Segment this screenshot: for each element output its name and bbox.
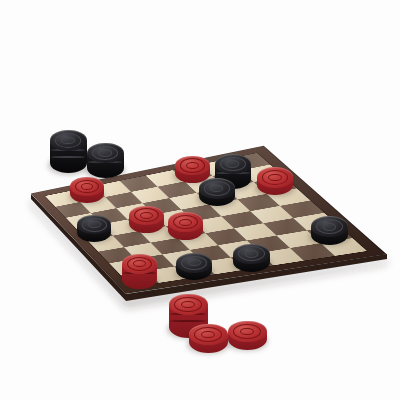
checker-top-face: [175, 156, 210, 176]
engraved-ring: [88, 221, 100, 228]
checker-top-face: [176, 253, 212, 273]
checker-red-offboard-3[interactable]: [189, 324, 228, 353]
checker-red-c1r0[interactable]: [70, 177, 104, 203]
engraved-ring: [81, 183, 93, 190]
engraved-ring: [323, 223, 337, 231]
engraved-ring: [245, 250, 258, 257]
checker-top-face: [257, 167, 294, 188]
checker-top-face: [50, 130, 87, 151]
pieces-layer: [0, 0, 400, 400]
checker-top-face: [87, 143, 124, 164]
engraved-ring: [268, 174, 281, 181]
checker-red-c2r3[interactable]: [129, 206, 164, 233]
checker-top-face: [189, 324, 228, 346]
checker-black-c2r7[interactable]: [176, 253, 212, 281]
engraved-ring: [140, 212, 153, 219]
checker-top-face: [122, 254, 157, 274]
checker-black-c7r6[interactable]: [311, 216, 349, 245]
checker-top-face: [233, 244, 270, 265]
checker-top-face: [169, 294, 208, 316]
checker-top-face: [129, 206, 164, 226]
scene: [0, 0, 400, 400]
checker-red-c7r2[interactable]: [257, 167, 294, 195]
checker-red-offboard-4[interactable]: [228, 321, 267, 350]
checker-top-face: [215, 154, 251, 174]
engraved-ring: [186, 162, 199, 169]
engraved-ring: [226, 160, 239, 167]
checker-black-c5r2[interactable]: [199, 178, 235, 206]
checker-black-offboard-0[interactable]: [50, 130, 87, 173]
engraved-ring: [179, 219, 192, 226]
engraved-ring: [98, 149, 111, 156]
engraved-ring: [61, 137, 74, 144]
checker-black-c4r7[interactable]: [233, 244, 270, 272]
checker-black-offboard-1[interactable]: [87, 143, 124, 179]
checker-top-face: [70, 177, 104, 196]
checker-black-c0r3[interactable]: [77, 215, 111, 242]
checker-red-c0r7[interactable]: [122, 254, 157, 289]
checker-red-c3r4[interactable]: [168, 212, 204, 239]
checker-top-face: [228, 321, 267, 343]
checker-top-face: [199, 178, 235, 198]
